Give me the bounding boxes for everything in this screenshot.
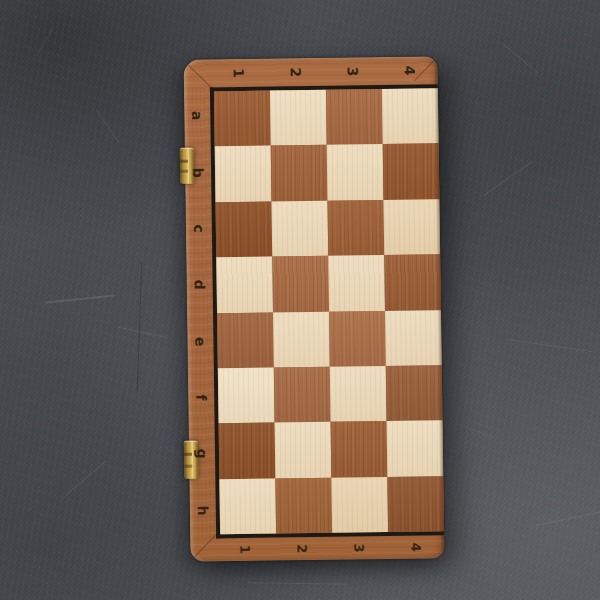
scratch-mark bbox=[96, 110, 120, 143]
square-e4[interactable] bbox=[385, 310, 442, 366]
square-e3[interactable] bbox=[329, 311, 386, 367]
coordinate-label: g bbox=[194, 449, 210, 459]
files-a: a bbox=[184, 87, 211, 144]
photo-background: { "game": "chess", "scene": { "subject":… bbox=[0, 0, 600, 600]
ranks-top-4: 4 bbox=[380, 56, 437, 85]
square-h4[interactable] bbox=[387, 476, 444, 532]
square-f2[interactable] bbox=[274, 367, 331, 423]
chess-board bbox=[210, 84, 444, 538]
square-d4[interactable] bbox=[384, 254, 441, 310]
square-a1[interactable] bbox=[214, 91, 271, 147]
square-b4[interactable] bbox=[383, 144, 440, 200]
square-b2[interactable] bbox=[271, 145, 328, 201]
square-e1[interactable] bbox=[217, 312, 274, 368]
square-d3[interactable] bbox=[328, 255, 385, 311]
square-c3[interactable] bbox=[327, 200, 384, 256]
files-f: f bbox=[188, 369, 215, 426]
scratch-mark bbox=[456, 423, 494, 438]
square-b3[interactable] bbox=[327, 144, 384, 200]
square-g2[interactable] bbox=[275, 422, 332, 478]
square-g3[interactable] bbox=[331, 421, 388, 477]
square-a3[interactable] bbox=[326, 89, 383, 145]
rank-labels-top: 1234 bbox=[210, 56, 438, 87]
square-c1[interactable] bbox=[215, 201, 272, 257]
square-c4[interactable] bbox=[383, 199, 440, 255]
ranks-bottom-1: 1 bbox=[216, 538, 273, 562]
scratch-mark bbox=[483, 161, 533, 196]
ranks-top-1: 1 bbox=[210, 59, 267, 88]
coordinate-label: b bbox=[190, 167, 206, 177]
square-b1[interactable] bbox=[215, 146, 272, 202]
scratch-mark bbox=[64, 460, 107, 496]
files-c: c bbox=[185, 200, 212, 257]
ranks-top-2: 2 bbox=[266, 58, 323, 87]
coordinate-label: 1 bbox=[237, 545, 252, 554]
files-h: h bbox=[189, 482, 216, 539]
coordinate-label: 4 bbox=[408, 542, 423, 551]
square-h3[interactable] bbox=[331, 477, 388, 533]
square-h1[interactable] bbox=[219, 478, 276, 534]
ranks-top-3: 3 bbox=[323, 57, 380, 86]
coordinate-label: a bbox=[189, 111, 205, 121]
scratch-mark bbox=[45, 294, 115, 303]
coordinate-label: 3 bbox=[351, 543, 366, 552]
square-g4[interactable] bbox=[387, 420, 444, 476]
coordinate-label: 1 bbox=[230, 68, 246, 78]
scratch-mark bbox=[248, 582, 348, 585]
coordinate-label: 2 bbox=[287, 67, 303, 77]
files-b: b bbox=[185, 144, 212, 201]
square-h2[interactable] bbox=[275, 477, 332, 533]
square-a2[interactable] bbox=[270, 90, 327, 146]
scratch-mark bbox=[137, 262, 143, 392]
ranks-bottom-2: 2 bbox=[273, 537, 330, 561]
files-e: e bbox=[187, 313, 214, 370]
square-f1[interactable] bbox=[218, 367, 275, 423]
square-f3[interactable] bbox=[330, 366, 387, 422]
square-a4[interactable] bbox=[382, 88, 439, 144]
ranks-bottom-3: 3 bbox=[330, 536, 387, 560]
coordinate-label: 4 bbox=[401, 66, 417, 76]
square-d2[interactable] bbox=[272, 256, 329, 312]
square-g1[interactable] bbox=[219, 423, 276, 479]
scratch-mark bbox=[118, 327, 167, 338]
scratch-mark bbox=[505, 339, 592, 352]
scratch-mark bbox=[503, 44, 538, 74]
coordinate-label: 3 bbox=[344, 66, 360, 76]
square-f4[interactable] bbox=[386, 365, 443, 421]
board-frame: 1234 abcdefgh 1234 bbox=[184, 56, 445, 561]
scratch-mark bbox=[36, 25, 54, 56]
ranks-bottom-4: 4 bbox=[387, 535, 444, 559]
coordinate-label: d bbox=[192, 280, 208, 290]
frame-miter-joint bbox=[186, 63, 213, 89]
square-c2[interactable] bbox=[271, 201, 328, 257]
coordinate-label: h bbox=[195, 505, 211, 515]
coordinate-label: f bbox=[193, 394, 209, 400]
square-d1[interactable] bbox=[216, 257, 273, 313]
rank-labels-bottom: 1234 bbox=[216, 535, 444, 561]
chess-box: 1234 abcdefgh 1234 bbox=[184, 56, 445, 561]
coordinate-label: 2 bbox=[294, 544, 309, 553]
scratch-mark bbox=[536, 511, 600, 526]
square-e2[interactable] bbox=[273, 311, 330, 367]
coordinate-label: e bbox=[192, 336, 208, 346]
files-g: g bbox=[189, 426, 216, 483]
coordinate-label: c bbox=[191, 224, 207, 233]
files-d: d bbox=[186, 257, 213, 314]
